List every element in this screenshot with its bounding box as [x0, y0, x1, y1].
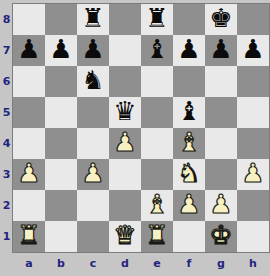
piece-white-knight[interactable]: ♞ — [177, 159, 200, 189]
square-f4[interactable]: ♝ — [173, 128, 205, 159]
square-h3[interactable]: ♟ — [237, 159, 269, 190]
piece-white-pawn[interactable]: ♟ — [209, 190, 232, 220]
square-e4[interactable] — [141, 128, 173, 159]
square-g6[interactable] — [205, 66, 237, 97]
chess-board: ♜♜♚♟♟♟♝♟♟♟♞♛♝♟♝♟♟♞♟♝♟♟♜♛♜♚ — [13, 4, 269, 252]
square-d8[interactable] — [109, 4, 141, 35]
square-d5[interactable]: ♛ — [109, 97, 141, 128]
square-f6[interactable] — [173, 66, 205, 97]
square-e6[interactable] — [141, 66, 173, 97]
square-b8[interactable] — [45, 4, 77, 35]
square-c8[interactable]: ♜ — [77, 4, 109, 35]
square-h5[interactable] — [237, 97, 269, 128]
square-g8[interactable]: ♚ — [205, 4, 237, 35]
square-a7[interactable]: ♟ — [13, 35, 45, 66]
square-a5[interactable] — [13, 97, 45, 128]
square-c3[interactable]: ♟ — [77, 159, 109, 190]
square-e7[interactable]: ♝ — [141, 35, 173, 66]
chess-diagram: 87654321 ♜♜♚♟♟♟♝♟♟♟♞♛♝♟♝♟♟♞♟♝♟♟♜♛♜♚ abcd… — [0, 0, 270, 276]
square-h2[interactable] — [237, 190, 269, 221]
piece-white-rook[interactable]: ♜ — [145, 221, 168, 251]
piece-white-king[interactable]: ♚ — [209, 221, 232, 251]
square-h1[interactable] — [237, 221, 269, 252]
square-e5[interactable] — [141, 97, 173, 128]
piece-black-queen[interactable]: ♛ — [113, 97, 136, 127]
board-layout: 87654321 ♜♜♚♟♟♟♝♟♟♟♞♛♝♟♝♟♟♞♟♝♟♟♜♛♜♚ — [0, 4, 270, 252]
square-c7[interactable]: ♟ — [77, 35, 109, 66]
piece-black-knight[interactable]: ♞ — [81, 66, 104, 96]
rank-label-2: 2 — [0, 190, 13, 221]
square-d3[interactable] — [109, 159, 141, 190]
piece-white-pawn[interactable]: ♟ — [177, 190, 200, 220]
piece-white-bishop[interactable]: ♝ — [177, 128, 200, 158]
piece-black-pawn[interactable]: ♟ — [177, 35, 200, 65]
file-label-e: e — [141, 257, 173, 270]
rank-label-5: 5 — [0, 97, 13, 128]
square-h8[interactable] — [237, 4, 269, 35]
square-a6[interactable] — [13, 66, 45, 97]
square-d4[interactable]: ♟ — [109, 128, 141, 159]
piece-black-pawn[interactable]: ♟ — [49, 35, 72, 65]
piece-white-queen[interactable]: ♛ — [113, 221, 136, 251]
rank-label-6: 6 — [0, 66, 13, 97]
square-a4[interactable] — [13, 128, 45, 159]
piece-black-pawn[interactable]: ♟ — [209, 35, 232, 65]
piece-black-rook[interactable]: ♜ — [81, 4, 104, 34]
piece-black-bishop[interactable]: ♝ — [145, 35, 168, 65]
square-c4[interactable] — [77, 128, 109, 159]
piece-black-bishop[interactable]: ♝ — [177, 97, 200, 127]
square-b1[interactable] — [45, 221, 77, 252]
piece-white-rook[interactable]: ♜ — [17, 221, 40, 251]
file-label-h: h — [237, 257, 269, 270]
piece-white-pawn[interactable]: ♟ — [113, 128, 136, 158]
file-label-b: b — [45, 257, 77, 270]
square-f2[interactable]: ♟ — [173, 190, 205, 221]
square-f3[interactable]: ♞ — [173, 159, 205, 190]
square-c6[interactable]: ♞ — [77, 66, 109, 97]
square-h4[interactable] — [237, 128, 269, 159]
square-d6[interactable] — [109, 66, 141, 97]
square-g4[interactable] — [205, 128, 237, 159]
piece-white-bishop[interactable]: ♝ — [145, 190, 168, 220]
square-c1[interactable] — [77, 221, 109, 252]
square-e2[interactable]: ♝ — [141, 190, 173, 221]
square-b4[interactable] — [45, 128, 77, 159]
piece-black-pawn[interactable]: ♟ — [241, 35, 264, 65]
file-label-f: f — [173, 257, 205, 270]
square-d2[interactable] — [109, 190, 141, 221]
square-b2[interactable] — [45, 190, 77, 221]
file-label-d: d — [109, 257, 141, 270]
square-g3[interactable] — [205, 159, 237, 190]
piece-white-pawn[interactable]: ♟ — [17, 159, 40, 189]
square-e8[interactable]: ♜ — [141, 4, 173, 35]
square-a2[interactable] — [13, 190, 45, 221]
piece-black-rook[interactable]: ♜ — [145, 4, 168, 34]
square-g7[interactable]: ♟ — [205, 35, 237, 66]
square-e1[interactable]: ♜ — [141, 221, 173, 252]
square-d1[interactable]: ♛ — [109, 221, 141, 252]
rank-label-3: 3 — [0, 159, 13, 190]
piece-black-king[interactable]: ♚ — [209, 4, 232, 34]
square-b5[interactable] — [45, 97, 77, 128]
square-f5[interactable]: ♝ — [173, 97, 205, 128]
file-label-g: g — [205, 257, 237, 270]
square-c5[interactable] — [77, 97, 109, 128]
square-a1[interactable]: ♜ — [13, 221, 45, 252]
square-b7[interactable]: ♟ — [45, 35, 77, 66]
square-e3[interactable] — [141, 159, 173, 190]
square-f1[interactable] — [173, 221, 205, 252]
square-c2[interactable] — [77, 190, 109, 221]
square-b3[interactable] — [45, 159, 77, 190]
square-f8[interactable] — [173, 4, 205, 35]
rank-label-7: 7 — [0, 35, 13, 66]
square-a8[interactable] — [13, 4, 45, 35]
file-labels-row: abcdefgh — [0, 252, 270, 274]
square-b6[interactable] — [45, 66, 77, 97]
rank-label-4: 4 — [0, 128, 13, 159]
square-d7[interactable] — [109, 35, 141, 66]
square-a3[interactable]: ♟ — [13, 159, 45, 190]
piece-white-pawn[interactable]: ♟ — [81, 159, 104, 189]
rank-label-8: 8 — [0, 4, 13, 35]
square-h6[interactable] — [237, 66, 269, 97]
rank-labels-column: 87654321 — [0, 4, 13, 252]
file-label-a: a — [13, 257, 45, 270]
square-g1[interactable]: ♚ — [205, 221, 237, 252]
square-g5[interactable] — [205, 97, 237, 128]
piece-black-pawn[interactable]: ♟ — [81, 35, 104, 65]
square-g2[interactable]: ♟ — [205, 190, 237, 221]
rank-label-1: 1 — [0, 221, 13, 252]
square-f7[interactable]: ♟ — [173, 35, 205, 66]
piece-white-pawn[interactable]: ♟ — [241, 159, 264, 189]
file-label-c: c — [77, 257, 109, 270]
piece-black-pawn[interactable]: ♟ — [17, 35, 40, 65]
square-h7[interactable]: ♟ — [237, 35, 269, 66]
